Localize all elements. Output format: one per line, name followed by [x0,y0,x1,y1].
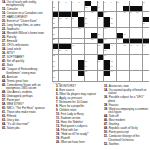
grid-cell[interactable] [65,28,71,33]
cell-number: 33 [78,27,80,29]
grid-cell[interactable] [117,28,123,33]
clue-number: 65. [2,126,7,130]
cell-number: 2 [59,1,60,3]
clue-item: 52. Soothes [104,143,149,146]
cell-number: 18 [123,11,125,13]
grid-cell[interactable] [143,76,149,81]
grid-cell[interactable] [91,49,97,54]
black-cell [104,17,110,22]
clue-number: 26. [56,140,61,144]
grid-cell[interactable] [85,28,91,33]
clue-number: 51. [104,134,109,138]
grid-cell[interactable]: 57 [98,60,104,65]
cell-number: 34 [104,27,106,29]
cell-number: 41 [117,38,119,40]
grid-cell[interactable]: 37 [123,33,129,38]
grid-cell[interactable] [143,6,149,11]
cell-number: 54 [104,54,106,56]
grid-cell[interactable] [59,6,65,11]
grid-cell[interactable] [78,76,84,81]
grid-cell[interactable] [59,65,65,70]
grid-cell[interactable] [130,55,136,60]
grid-cell[interactable] [65,39,71,44]
grid-cell[interactable] [130,1,136,6]
grid-cell[interactable] [65,6,71,11]
grid-cell[interactable] [136,55,142,60]
grid-cell[interactable] [78,44,84,49]
cell-number: 58 [111,60,113,62]
grid-cell[interactable]: 26 [98,17,104,22]
grid-cell[interactable] [91,76,97,81]
clue-number: 39. [104,107,109,111]
grid-cell[interactable] [117,60,123,65]
grid-cell[interactable]: 23 [65,17,71,22]
grid-cell[interactable] [136,71,142,76]
grid-cell[interactable] [130,22,136,27]
grid-cell[interactable] [59,71,65,76]
cell-number: 61 [111,65,113,67]
cell-number: 29 [85,22,87,24]
cell-number: 31 [143,22,145,24]
grid-cell[interactable] [91,65,97,70]
grid-cell[interactable] [85,44,91,49]
grid-cell[interactable] [143,28,149,33]
cell-number: 42 [72,44,74,46]
grid-cell[interactable] [123,22,129,27]
grid-cell[interactable] [123,17,129,22]
grid-cell[interactable]: 29 [85,22,91,27]
grid-cell[interactable] [117,55,123,60]
grid-cell[interactable] [123,71,129,76]
cell-number: 47 [136,44,138,46]
grid-cell[interactable] [136,28,142,33]
grid-cell[interactable] [123,49,129,54]
grid-cell[interactable]: 13 [85,6,91,11]
black-cell [78,65,84,70]
grid-cell[interactable]: 50 [59,49,65,54]
grid-cell[interactable] [98,65,104,70]
grid-cell[interactable] [136,33,142,38]
grid-cell[interactable] [136,60,142,65]
cell-number: 5 [78,1,79,3]
grid-cell[interactable] [72,71,78,76]
grid-cell[interactable] [136,1,142,6]
clue-number: 52. [104,142,109,146]
grid-cell[interactable] [72,6,78,11]
cell-number: 50 [59,49,61,51]
clue-number: 14. [2,0,7,4]
clue-number: 36. [104,95,109,99]
grid-cell[interactable] [130,65,136,70]
grid-cell[interactable] [123,60,129,65]
grid-cell[interactable] [91,17,97,22]
clue-number: 45. [2,83,7,87]
cell-number: 40 [104,38,106,40]
grid-cell[interactable]: 39 [91,39,97,44]
cell-number: 51 [66,49,68,51]
cell-number: 65 [53,76,55,78]
grid-cell[interactable]: 18 [123,12,129,17]
cell-number: 17 [104,11,106,13]
grid-cell[interactable]: 2 [59,1,65,6]
grid-cell[interactable] [98,76,104,81]
grid-cell[interactable]: 8 [104,1,110,6]
grid-cell[interactable] [72,65,78,70]
cell-number: 39 [91,38,93,40]
grid-cell[interactable] [65,22,71,27]
cell-number: 7 [98,1,99,3]
grid-cell[interactable] [59,60,65,65]
down-clues-column-2: 33. Aristocrats, now34. Occasional quali… [104,85,149,147]
grid-cell[interactable] [72,60,78,65]
grid-cell[interactable] [91,60,97,65]
black-cell [104,65,110,70]
cell-number: 62 [53,70,55,72]
grid-cell[interactable] [130,33,136,38]
grid-cell[interactable]: 34 [104,28,110,33]
grid-cell[interactable]: 10 [117,1,123,6]
cell-number: 56 [85,60,87,62]
grid-cell[interactable]: 5 [78,1,84,6]
grid-cell[interactable] [98,22,104,27]
grid-cell[interactable]: 64 [110,71,116,76]
grid-cell[interactable] [117,65,123,70]
grid-cell[interactable] [72,55,78,60]
grid-cell[interactable] [117,71,123,76]
grid-cell[interactable]: 40 [104,39,110,44]
grid-cell[interactable] [65,71,71,76]
cell-number: 14 [98,6,100,8]
black-cell [78,17,84,22]
grid-cell[interactable] [85,39,91,44]
grid-cell[interactable]: 43 [98,44,104,49]
grid-cell[interactable] [123,55,129,60]
grid-cell[interactable]: 44 [110,44,116,49]
cell-number: 9 [111,1,112,3]
grid-cell[interactable] [143,49,149,54]
grid-cell[interactable] [85,49,91,54]
grid-cell[interactable] [59,33,65,38]
grid-cell[interactable] [143,12,149,17]
black-cell [104,60,110,65]
cell-number: 20 [136,11,138,13]
grid-cell[interactable] [130,71,136,76]
grid-cell[interactable]: 36 [98,33,104,38]
grid-cell[interactable] [91,55,97,60]
grid-cell[interactable] [78,55,84,60]
cell-number: 25 [85,17,87,19]
grid-cell[interactable] [136,22,142,27]
cell-number: 49 [53,49,55,51]
crossword-grid[interactable]: 1234567891011121314151617181920212223242… [52,1,149,82]
grid-cell[interactable]: 46 [130,44,136,49]
cell-number: 53 [53,54,55,56]
cell-number: 57 [98,60,100,62]
cell-number: 63 [85,70,87,72]
grid-cell[interactable]: 16 [91,12,97,17]
grid-cell[interactable] [110,76,116,81]
grid-cell[interactable]: 14 [98,6,104,11]
grid-cell[interactable]: 63 [85,71,91,76]
grid-cell[interactable] [123,65,129,70]
cell-number: 10 [117,1,119,3]
down-clues-column-1: 3. MONITORS?4. Burn source5. What Go pla… [56,85,100,145]
grid-cell[interactable]: 15 [78,12,84,17]
grid-cell[interactable]: 4 [72,1,78,6]
clue-item: 26. What we have here [56,141,100,144]
grid-cell[interactable]: 9 [110,1,116,6]
crossword-puzzle-page: { "game": "crossword", "position": { "ro… [0,0,150,150]
across-clues-column: 14. Out of touch with reality, metaphori… [2,1,49,131]
grid-cell[interactable] [143,33,149,38]
grid-cell[interactable] [59,39,65,44]
cell-number: 52 [104,49,106,51]
cell-number: 19 [130,11,132,13]
cell-number: 26 [98,17,100,19]
grid-cell[interactable] [136,49,142,54]
clue-item: 51. Conductor George of the Cleveland Or… [104,135,149,142]
grid-cell[interactable] [130,17,136,22]
grid-cell[interactable] [59,55,65,60]
black-cell [78,71,84,76]
grid-cell[interactable] [78,33,84,38]
grid-cell[interactable] [85,33,91,38]
grid-cell[interactable] [98,71,104,76]
grid-cell[interactable] [143,71,149,76]
grid-cell[interactable] [59,76,65,81]
grid-cell[interactable] [123,1,129,6]
grid-cell[interactable] [72,49,78,54]
cell-number: 27 [111,17,113,19]
cell-number: 64 [111,70,113,72]
cell-number: 15 [78,11,80,13]
cell-number: 35 [53,33,55,35]
grid-cell[interactable]: 38 [53,39,59,44]
grid-cell[interactable] [136,65,142,70]
black-cell [78,60,84,65]
grid-cell[interactable]: 24 [72,17,78,22]
grid-cell[interactable] [91,22,97,27]
grid-cell[interactable] [78,49,84,54]
grid-cell[interactable] [117,22,123,27]
grid-cell[interactable] [117,49,123,54]
grid-cell[interactable]: 65 [53,76,59,81]
grid-cell[interactable] [104,76,110,81]
grid-cell[interactable]: 19 [130,12,136,17]
cell-number: 8 [104,1,105,3]
grid-cell[interactable] [136,17,142,22]
cell-number: 44 [111,44,113,46]
grid-cell[interactable] [65,76,71,81]
grid-cell[interactable] [59,22,65,27]
cell-number: 6 [91,1,92,3]
grid-cell[interactable]: 48 [143,44,149,49]
grid-cell[interactable]: 17 [104,12,110,17]
grid-cell[interactable]: 54 [104,55,110,60]
grid-cell[interactable] [143,65,149,70]
grid-cell[interactable]: 47 [136,44,142,49]
grid-cell[interactable]: 22 [59,17,65,22]
cell-number: 43 [98,44,100,46]
grid-cell[interactable] [65,55,71,60]
clue-number: 42. [2,67,7,71]
grid-cell[interactable] [117,6,123,11]
grid-cell[interactable] [72,33,78,38]
cell-number: 11 [143,1,145,3]
cell-number: 24 [72,17,74,19]
grid-cell[interactable] [98,49,104,54]
grid-cell[interactable] [65,60,71,65]
grid-cell[interactable] [110,6,116,11]
grid-cell[interactable]: 33 [78,28,84,33]
cell-number: 38 [53,38,55,40]
cell-number: 3 [66,1,67,3]
cell-number: 46 [130,44,132,46]
clue-number: 34. [104,88,109,92]
cell-number: 28 [53,22,55,24]
grid-cell[interactable] [65,33,71,38]
grid-cell[interactable]: 42 [72,44,78,49]
grid-cell[interactable]: 3 [65,1,71,6]
grid-cell[interactable]: 20 [136,12,142,17]
cell-number: 45 [123,44,125,46]
grid-cell[interactable] [110,28,116,33]
grid-cell[interactable] [130,60,136,65]
grid-cell[interactable]: 45 [123,44,129,49]
grid-cell[interactable] [110,33,116,38]
grid-cell[interactable] [117,76,123,81]
cell-number: 48 [143,44,145,46]
cell-number: 12 [53,6,55,8]
grid-cell[interactable] [143,60,149,65]
cell-number: 13 [85,6,87,8]
cell-number: 55 [53,60,55,62]
grid-cell[interactable] [117,44,123,49]
grid-cell[interactable] [91,71,97,76]
grid-cell[interactable] [130,49,136,54]
grid-cell[interactable] [136,76,142,81]
clue-item: 65. Salon jobs [2,127,49,130]
cell-number: 32 [53,27,55,29]
cell-number: 16 [91,11,93,13]
cell-number: 1 [53,1,54,3]
grid-cell[interactable] [85,76,91,81]
grid-cell[interactable]: 11 [143,1,149,6]
grid-cell[interactable] [91,28,97,33]
grid-cell[interactable] [72,28,78,33]
grid-cell[interactable] [110,49,116,54]
grid-cell[interactable] [72,22,78,27]
grid-cell[interactable] [65,65,71,70]
black-cell [104,71,110,76]
grid-cell[interactable] [143,55,149,60]
cell-number: 37 [123,33,125,35]
cell-number: 22 [59,17,61,19]
cell-number: 30 [111,22,113,24]
grid-cell[interactable]: 30 [110,22,116,27]
grid-cell[interactable] [59,28,65,33]
grid-cell[interactable] [78,39,84,44]
cell-number: 59 [53,65,55,67]
grid-cell[interactable]: 41 [117,39,123,44]
grid-cell[interactable]: 51 [65,49,71,54]
cell-number: 23 [66,17,68,19]
grid-cell[interactable] [117,17,123,22]
cell-number: 21 [53,17,55,19]
grid-cell[interactable] [130,76,136,81]
grid-cell[interactable] [91,44,97,49]
cell-number: 4 [72,1,73,3]
grid-cell[interactable] [123,76,129,81]
grid-cell[interactable] [117,12,123,17]
grid-cell[interactable] [130,28,136,33]
cell-number: 60 [85,65,87,67]
grid-cell[interactable] [72,76,78,81]
grid-cell[interactable]: 12 [53,6,59,11]
grid-cell[interactable]: 6 [91,1,97,6]
grid-cell[interactable]: 31 [143,22,149,27]
cell-number: 36 [98,33,100,35]
